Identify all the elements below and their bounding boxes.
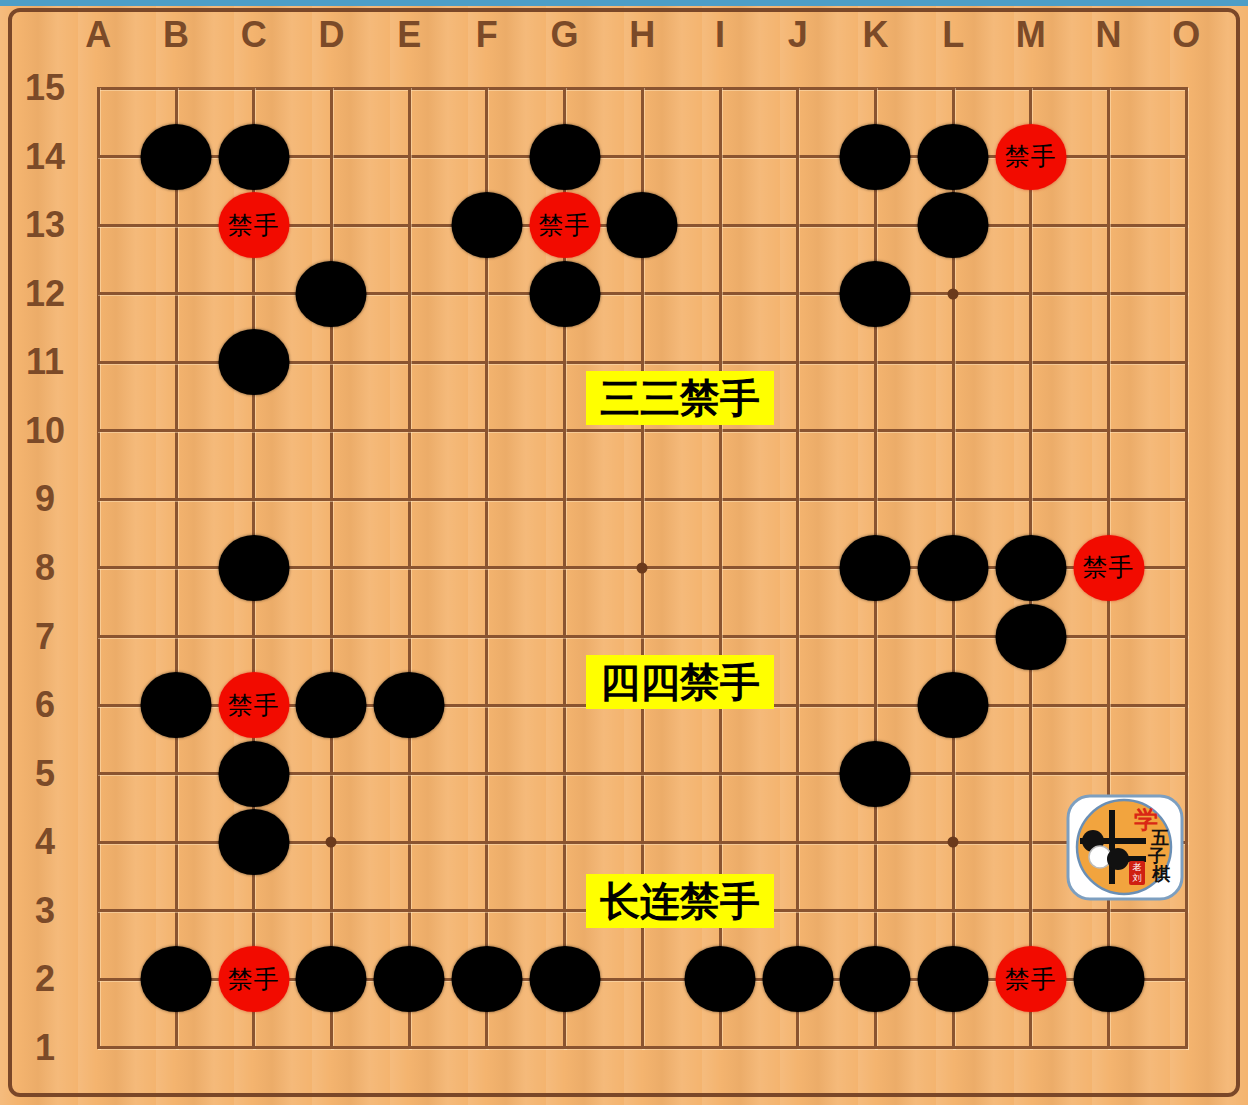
black-stone-D12 <box>296 261 367 327</box>
annotation-label-1: 四四禁手 <box>586 655 774 709</box>
black-stone-D6 <box>296 672 367 738</box>
col-label-J: J <box>788 14 808 56</box>
row-label-15: 15 <box>25 67 65 109</box>
black-stone-N2 <box>1073 946 1144 1012</box>
star-point-H8 <box>637 562 648 573</box>
row-label-12: 12 <box>25 273 65 315</box>
col-label-E: E <box>397 14 421 56</box>
black-stone-M7 <box>995 604 1066 670</box>
black-stone-H13 <box>607 192 678 258</box>
row-label-11: 11 <box>26 341 64 383</box>
forbidden-mark-M14: 禁手 <box>995 124 1066 190</box>
row-label-6: 6 <box>35 684 55 726</box>
black-stone-J2 <box>762 946 833 1012</box>
forbidden-mark-N8: 禁手 <box>1073 535 1144 601</box>
black-stone-B6 <box>141 672 212 738</box>
row-label-13: 13 <box>25 204 65 246</box>
black-stone-F2 <box>451 946 522 1012</box>
black-stone-K5 <box>840 741 911 807</box>
col-label-H: H <box>629 14 655 56</box>
black-stone-M8 <box>995 535 1066 601</box>
black-stone-L8 <box>918 535 989 601</box>
row-label-9: 9 <box>35 478 55 520</box>
black-stone-K14 <box>840 124 911 190</box>
col-label-M: M <box>1016 14 1046 56</box>
black-stone-L6 <box>918 672 989 738</box>
forbidden-mark-C6: 禁手 <box>218 672 289 738</box>
grid-line-v <box>796 87 799 1050</box>
black-stone-D2 <box>296 946 367 1012</box>
row-label-4: 4 <box>35 821 55 863</box>
forbidden-mark-C13: 禁手 <box>218 192 289 258</box>
black-stone-I2 <box>685 946 756 1012</box>
col-label-L: L <box>942 14 964 56</box>
logo-char-棋: 棋 <box>1151 864 1171 884</box>
col-label-G: G <box>551 14 579 56</box>
row-label-1: 1 <box>35 1027 55 1069</box>
black-stone-C4 <box>218 809 289 875</box>
logo-seal-text-2: 刘 <box>1133 873 1142 883</box>
col-label-O: O <box>1172 14 1200 56</box>
window-top-strip <box>0 0 1248 6</box>
row-label-7: 7 <box>35 616 55 658</box>
row-label-3: 3 <box>35 890 55 932</box>
star-point-L4 <box>948 837 959 848</box>
col-label-F: F <box>476 14 498 56</box>
black-stone-B2 <box>141 946 212 1012</box>
black-stone-G12 <box>529 261 600 327</box>
black-stone-E6 <box>374 672 445 738</box>
black-stone-L2 <box>918 946 989 1012</box>
black-stone-L14 <box>918 124 989 190</box>
forbidden-mark-C2: 禁手 <box>218 946 289 1012</box>
col-label-D: D <box>318 14 344 56</box>
grid-line-h <box>97 1046 1188 1049</box>
forbidden-mark-G13: 禁手 <box>529 192 600 258</box>
row-label-5: 5 <box>35 753 55 795</box>
black-stone-C11 <box>218 329 289 395</box>
black-stone-K2 <box>840 946 911 1012</box>
black-stone-C14 <box>218 124 289 190</box>
row-label-2: 2 <box>35 958 55 1000</box>
star-point-D4 <box>326 837 337 848</box>
col-label-I: I <box>715 14 725 56</box>
logo-char-五: 五 <box>1150 828 1169 848</box>
app-logo: 学 五子棋 老 刘 <box>1066 794 1184 902</box>
col-label-A: A <box>85 14 111 56</box>
col-label-K: K <box>862 14 888 56</box>
row-label-14: 14 <box>25 136 65 178</box>
grid-line-v <box>1185 87 1188 1050</box>
col-label-B: B <box>163 14 189 56</box>
black-stone-K8 <box>840 535 911 601</box>
forbidden-mark-M2: 禁手 <box>995 946 1066 1012</box>
logo-black-stone <box>1107 848 1129 870</box>
annotation-label-2: 长连禁手 <box>586 874 774 928</box>
black-stone-F13 <box>451 192 522 258</box>
row-label-8: 8 <box>35 547 55 589</box>
black-stone-B14 <box>141 124 212 190</box>
black-stone-C5 <box>218 741 289 807</box>
row-label-10: 10 <box>25 410 65 452</box>
black-stone-C8 <box>218 535 289 601</box>
logo-char-子: 子 <box>1147 846 1166 866</box>
logo-seal-text: 老 <box>1133 862 1142 872</box>
black-stone-G14 <box>529 124 600 190</box>
black-stone-K12 <box>840 261 911 327</box>
annotation-label-0: 三三禁手 <box>586 371 774 425</box>
black-stone-L13 <box>918 192 989 258</box>
col-label-N: N <box>1096 14 1122 56</box>
black-stone-G2 <box>529 946 600 1012</box>
col-label-C: C <box>241 14 267 56</box>
black-stone-E2 <box>374 946 445 1012</box>
star-point-L12 <box>948 288 959 299</box>
gomoku-forbidden-moves-diagram: { "game": "Gomoku / Renju (五子棋) forbidde… <box>0 0 1248 1105</box>
